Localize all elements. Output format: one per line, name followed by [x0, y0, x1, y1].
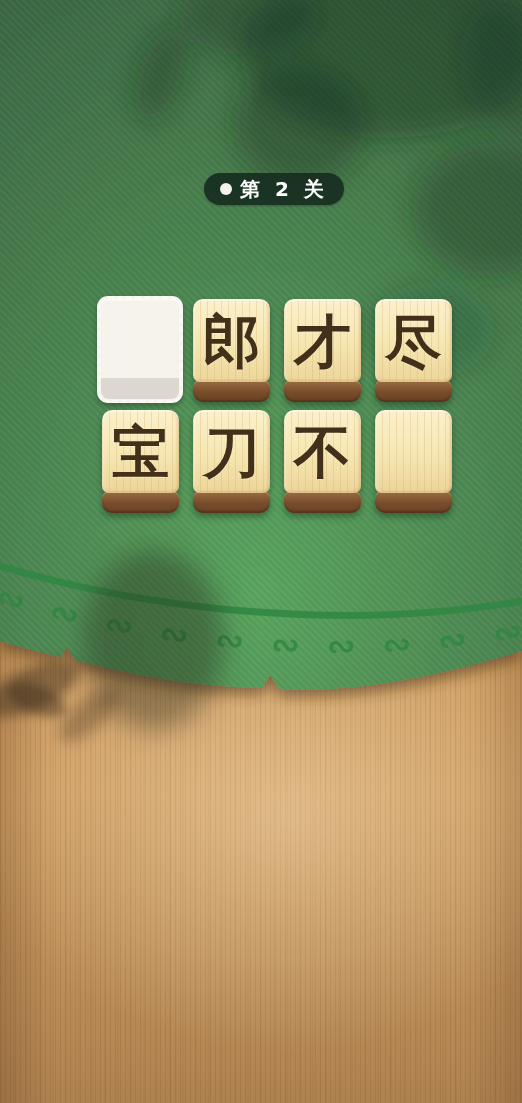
- tile-cai[interactable]: 才: [284, 299, 361, 402]
- level-dot-icon: [220, 183, 232, 195]
- board-cell: [375, 410, 452, 513]
- tile-char: 尽: [375, 299, 452, 382]
- tile-char: 郎: [193, 299, 270, 382]
- tile-char: [375, 410, 452, 493]
- tile-edge: [102, 491, 179, 513]
- tile-lang[interactable]: 郎: [193, 299, 270, 402]
- tile-bao[interactable]: 宝: [102, 410, 179, 513]
- tile-dao[interactable]: 刀: [193, 410, 270, 513]
- tile-char: 宝: [102, 410, 179, 493]
- tile-edge: [375, 491, 452, 513]
- level-label: 第 2 关: [240, 173, 328, 205]
- empty-slot[interactable]: [97, 296, 183, 403]
- tile-edge: [193, 380, 270, 402]
- tile-char: 不: [284, 410, 361, 493]
- board-cell: 郎: [193, 299, 270, 402]
- tile-edge: [375, 380, 452, 402]
- tile-jin[interactable]: 尽: [375, 299, 452, 402]
- blank-tile[interactable]: [375, 410, 452, 513]
- board-cell: [102, 299, 179, 402]
- tile-board: 郎 才 尽 宝: [102, 299, 452, 513]
- board-cell: 不: [284, 410, 361, 513]
- tile-char: 才: [284, 299, 361, 382]
- empty-slot-base: [101, 378, 179, 399]
- tile-bu[interactable]: 不: [284, 410, 361, 513]
- board-cell: 宝: [102, 410, 179, 513]
- board-cell: 尽: [375, 299, 452, 402]
- tile-edge: [284, 380, 361, 402]
- game-screen: ∾ ∾ ∾ ∾ ∾ ∾ ∾ ∾ ∾ ∾ ∾ 第 2 关 郎: [0, 0, 522, 1103]
- level-badge: 第 2 关: [204, 173, 344, 205]
- board-cell: 刀: [193, 410, 270, 513]
- tile-char: 刀: [193, 410, 270, 493]
- tile-edge: [284, 491, 361, 513]
- tile-edge: [193, 491, 270, 513]
- board-cell: 才: [284, 299, 361, 402]
